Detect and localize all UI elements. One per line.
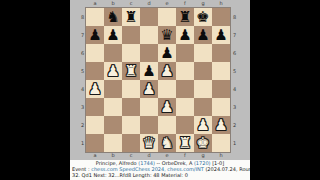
file-label-b: b [104,152,122,159]
square-f3 [176,98,194,116]
chess-board: ♞♜♜♚♟♟♛♟♟♟♟♟♜♟♟♟♟♟♟♟♛♞♜♚ [86,8,230,152]
black-pawn-g7: ♟ [194,26,212,44]
square-d1: ♛ [140,134,158,152]
file-label-g: g [194,0,212,7]
square-a8 [86,8,104,26]
white-knight-e1: ♞ [158,134,176,152]
square-h3 [212,98,230,116]
rank-label-7: 7 [231,26,238,44]
square-g3 [194,98,212,116]
file-label-h: h [212,0,230,7]
black-pawn-b7: ♟ [104,26,122,44]
square-c6 [122,44,140,62]
file-label-c: c [122,0,140,7]
rank-label-4: 4 [79,80,86,98]
file-label-g: g [194,152,212,159]
rank-label-2: 2 [231,116,238,134]
black-pawn-f7: ♟ [176,26,194,44]
rank-label-5: 5 [79,62,86,80]
square-c2 [122,116,140,134]
square-d3 [140,98,158,116]
board-panel: abcdefgh 87654321 ♞♜♜♚♟♟♛♟♟♟♟♟♜♟♟♟♟♟♟♟♛♞… [70,0,250,180]
file-label-e: e [158,0,176,7]
black-king-g8: ♚ [194,8,212,26]
black-pawn-d5: ♟ [140,62,158,80]
rank-label-8: 8 [231,8,238,26]
caption-box: Principe, Alfredo (1744) -- OrbeDrek, A … [70,160,250,180]
file-label-f: f [176,0,194,7]
rank-labels-left: 87654321 [79,8,86,152]
square-b6 [104,44,122,62]
file-label-a: a [86,0,104,7]
file-labels-bottom: abcdefgh [86,152,230,159]
square-d2 [140,116,158,134]
square-c1 [122,134,140,152]
square-g6 [194,44,212,62]
square-a3 [86,98,104,116]
black-pawn-a7: ♟ [86,26,104,44]
square-f8: ♜ [176,8,194,26]
white-rook-f1: ♜ [176,134,194,152]
square-a1 [86,134,104,152]
square-d8 [140,8,158,26]
white-pawn-a4: ♟ [86,80,104,98]
square-d5: ♟ [140,62,158,80]
rank-label-3: 3 [231,98,238,116]
square-d6 [140,44,158,62]
square-a2 [86,116,104,134]
rank-label-7: 7 [79,26,86,44]
rank-label-5: 5 [231,62,238,80]
square-b5: ♟ [104,62,122,80]
file-label-a: a [86,152,104,159]
rank-label-2: 2 [79,116,86,134]
white-rook-c5: ♜ [122,62,140,80]
white-queen-d1: ♛ [140,134,158,152]
square-e1: ♞ [158,134,176,152]
square-c5: ♜ [122,62,140,80]
square-h2: ♟ [212,116,230,134]
rank-label-1: 1 [231,134,238,152]
black-knight-b8: ♞ [104,8,122,26]
square-h6 [212,44,230,62]
square-a5 [86,62,104,80]
rank-label-1: 1 [79,134,86,152]
file-labels-top: abcdefgh [86,0,230,7]
caption-text: (2024.07.24, Round 1.13) [204,166,250,172]
square-a7: ♟ [86,26,104,44]
square-e8 [158,8,176,26]
square-a6 [86,44,104,62]
black-queen-e7: ♛ [158,26,176,44]
file-label-h: h [212,152,230,159]
black-pawn-h7: ♟ [212,26,230,44]
square-g4 [194,80,212,98]
caption-text: Length: 48 [131,172,159,178]
square-g1: ♚ [194,134,212,152]
square-f6 [176,44,194,62]
square-b2 [104,116,122,134]
caption-text: 32. Qd1 [72,172,92,178]
file-label-b: b [104,0,122,7]
rank-label-6: 6 [79,44,86,62]
white-pawn-e3: ♟ [158,98,176,116]
rank-label-8: 8 [79,8,86,26]
white-pawn-d4: ♟ [140,80,158,98]
square-e3: ♟ [158,98,176,116]
video-frame: { "game": "chess", "position": { "fen": … [0,0,320,180]
square-b8: ♞ [104,8,122,26]
file-label-c: c [122,152,140,159]
file-label-d: d [140,0,158,7]
white-pawn-b5: ♟ [104,62,122,80]
square-f1: ♜ [176,134,194,152]
rank-label-4: 4 [231,80,238,98]
square-e5: ♟ [158,62,176,80]
square-c7 [122,26,140,44]
square-f5 [176,62,194,80]
black-rook-c8: ♜ [122,8,140,26]
square-h7: ♟ [212,26,230,44]
square-e7: ♛ [158,26,176,44]
square-c3 [122,98,140,116]
black-pawn-e6: ♟ [158,44,176,62]
square-h8 [212,8,230,26]
rank-label-3: 3 [79,98,86,116]
square-g7: ♟ [194,26,212,44]
square-b4 [104,80,122,98]
square-b3 [104,98,122,116]
rank-label-6: 6 [231,44,238,62]
square-g5 [194,62,212,80]
white-pawn-g2: ♟ [194,116,212,134]
white-king-g1: ♚ [194,134,212,152]
square-f2 [176,116,194,134]
caption-text: Next: 32...Rfd8 [92,172,131,178]
square-d4: ♟ [140,80,158,98]
square-g8: ♚ [194,8,212,26]
white-pawn-e5: ♟ [158,62,176,80]
square-c8: ♜ [122,8,140,26]
caption-moves: 32. Qd1 Next: 32...Rfd8 Length: 48 Mater… [70,172,250,178]
square-b1 [104,134,122,152]
square-e2 [158,116,176,134]
file-label-f: f [176,152,194,159]
square-g2: ♟ [194,116,212,134]
file-label-d: d [140,152,158,159]
square-d7 [140,26,158,44]
square-b7: ♟ [104,26,122,44]
square-e4 [158,80,176,98]
file-label-e: e [158,152,176,159]
caption-text: Material: 0 [160,172,188,178]
square-h5 [212,62,230,80]
square-a4: ♟ [86,80,104,98]
square-h1 [212,134,230,152]
square-f7: ♟ [176,26,194,44]
square-e6: ♟ [158,44,176,62]
black-rook-f8: ♜ [176,8,194,26]
white-pawn-h2: ♟ [212,116,230,134]
square-h4 [212,80,230,98]
square-c4 [122,80,140,98]
rank-labels-right: 87654321 [231,8,238,152]
square-f4 [176,80,194,98]
